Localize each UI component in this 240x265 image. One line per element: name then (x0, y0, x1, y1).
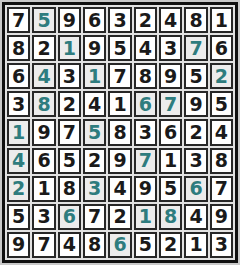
sudoku-board: 7596324818219543766431789523824167951975… (2, 2, 238, 263)
sudoku-cell-r9c5[interactable]: 6 (108, 232, 131, 258)
sudoku-cell-r8c1[interactable]: 5 (7, 204, 30, 230)
sudoku-cell-r5c7[interactable]: 6 (159, 119, 182, 145)
sudoku-cell-r6c5[interactable]: 9 (108, 148, 131, 174)
sudoku-cell-r6c1[interactable]: 4 (7, 148, 30, 174)
sudoku-cell-r7c1[interactable]: 2 (7, 176, 30, 202)
sudoku-cell-r9c3[interactable]: 4 (58, 232, 81, 258)
sudoku-cell-r2c1[interactable]: 8 (7, 35, 30, 61)
sudoku-cell-r1c1[interactable]: 7 (7, 7, 30, 33)
sudoku-cell-r9c9[interactable]: 3 (210, 232, 233, 258)
sudoku-cell-r1c5[interactable]: 3 (108, 7, 131, 33)
sudoku-cell-r7c6[interactable]: 9 (134, 176, 157, 202)
sudoku-cell-r4c5[interactable]: 1 (108, 91, 131, 117)
sudoku-cell-r5c2[interactable]: 9 (32, 119, 55, 145)
sudoku-cell-r6c3[interactable]: 5 (58, 148, 81, 174)
sudoku-cell-r7c4[interactable]: 3 (83, 176, 106, 202)
sudoku-cell-r7c2[interactable]: 1 (32, 176, 55, 202)
sudoku-cell-r5c6[interactable]: 3 (134, 119, 157, 145)
sudoku-cell-r7c9[interactable]: 7 (210, 176, 233, 202)
sudoku-cell-r9c7[interactable]: 2 (159, 232, 182, 258)
sudoku-cell-r3c7[interactable]: 9 (159, 63, 182, 89)
sudoku-cell-r7c5[interactable]: 4 (108, 176, 131, 202)
sudoku-cell-r8c5[interactable]: 2 (108, 204, 131, 230)
sudoku-cell-r1c3[interactable]: 9 (58, 7, 81, 33)
sudoku-cell-r8c4[interactable]: 7 (83, 204, 106, 230)
sudoku-cell-r2c7[interactable]: 3 (159, 35, 182, 61)
sudoku-cell-r8c8[interactable]: 4 (184, 204, 207, 230)
sudoku-cell-r6c8[interactable]: 3 (184, 148, 207, 174)
sudoku-cell-r8c3[interactable]: 6 (58, 204, 81, 230)
sudoku-cell-r2c5[interactable]: 5 (108, 35, 131, 61)
sudoku-cell-r4c4[interactable]: 4 (83, 91, 106, 117)
sudoku-cell-r5c4[interactable]: 5 (83, 119, 106, 145)
sudoku-cell-r9c4[interactable]: 8 (83, 232, 106, 258)
sudoku-cell-r4c8[interactable]: 9 (184, 91, 207, 117)
sudoku-cell-r3c1[interactable]: 6 (7, 63, 30, 89)
sudoku-cell-r8c7[interactable]: 8 (159, 204, 182, 230)
sudoku-cell-r4c3[interactable]: 2 (58, 91, 81, 117)
sudoku-cell-r1c4[interactable]: 6 (83, 7, 106, 33)
sudoku-cell-r6c9[interactable]: 8 (210, 148, 233, 174)
sudoku-cell-r1c2[interactable]: 5 (32, 7, 55, 33)
sudoku-cell-r3c6[interactable]: 8 (134, 63, 157, 89)
sudoku-cell-r9c1[interactable]: 9 (7, 232, 30, 258)
sudoku-cell-r3c9[interactable]: 2 (210, 63, 233, 89)
sudoku-cell-r7c8[interactable]: 6 (184, 176, 207, 202)
sudoku-cell-r2c8[interactable]: 7 (184, 35, 207, 61)
sudoku-cell-r6c2[interactable]: 6 (32, 148, 55, 174)
sudoku-cell-r3c8[interactable]: 5 (184, 63, 207, 89)
sudoku-cell-r4c1[interactable]: 3 (7, 91, 30, 117)
sudoku-cell-r3c4[interactable]: 1 (83, 63, 106, 89)
sudoku-cell-r7c3[interactable]: 8 (58, 176, 81, 202)
sudoku-cell-r5c1[interactable]: 1 (7, 119, 30, 145)
sudoku-cell-r2c6[interactable]: 4 (134, 35, 157, 61)
sudoku-cell-r1c6[interactable]: 2 (134, 7, 157, 33)
sudoku-cell-r9c2[interactable]: 7 (32, 232, 55, 258)
sudoku-cell-r3c2[interactable]: 4 (32, 63, 55, 89)
sudoku-cell-r9c8[interactable]: 1 (184, 232, 207, 258)
sudoku-cell-r8c9[interactable]: 9 (210, 204, 233, 230)
sudoku-cell-r1c9[interactable]: 1 (210, 7, 233, 33)
sudoku-cell-r2c4[interactable]: 9 (83, 35, 106, 61)
sudoku-cell-r5c5[interactable]: 8 (108, 119, 131, 145)
sudoku-cell-r7c7[interactable]: 5 (159, 176, 182, 202)
sudoku-cell-r9c6[interactable]: 5 (134, 232, 157, 258)
sudoku-cell-r4c7[interactable]: 7 (159, 91, 182, 117)
sudoku-cell-r2c3[interactable]: 1 (58, 35, 81, 61)
sudoku-cell-r3c3[interactable]: 3 (58, 63, 81, 89)
sudoku-cell-r4c6[interactable]: 6 (134, 91, 157, 117)
sudoku-cell-r3c5[interactable]: 7 (108, 63, 131, 89)
sudoku-cell-r6c4[interactable]: 2 (83, 148, 106, 174)
sudoku-cell-r5c3[interactable]: 7 (58, 119, 81, 145)
sudoku-cell-r4c9[interactable]: 5 (210, 91, 233, 117)
sudoku-cell-r6c7[interactable]: 1 (159, 148, 182, 174)
sudoku-cell-r6c6[interactable]: 7 (134, 148, 157, 174)
sudoku-cell-r2c9[interactable]: 6 (210, 35, 233, 61)
sudoku-cell-r4c2[interactable]: 8 (32, 91, 55, 117)
sudoku-cell-r1c8[interactable]: 8 (184, 7, 207, 33)
sudoku-cell-r8c2[interactable]: 3 (32, 204, 55, 230)
sudoku-cell-r5c8[interactable]: 2 (184, 119, 207, 145)
sudoku-cell-r1c7[interactable]: 4 (159, 7, 182, 33)
sudoku-cell-r2c2[interactable]: 2 (32, 35, 55, 61)
sudoku-cell-r8c6[interactable]: 1 (134, 204, 157, 230)
sudoku-cell-r5c9[interactable]: 4 (210, 119, 233, 145)
